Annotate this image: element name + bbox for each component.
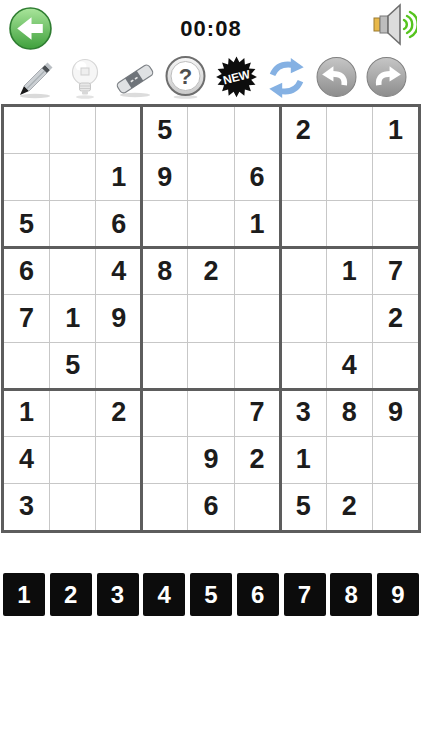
cell-r8c5[interactable]: 9 — [188, 437, 233, 483]
cell-r2c4[interactable]: 9 — [142, 154, 187, 200]
cell-r6c8[interactable]: 4 — [327, 343, 372, 389]
cell-r4c1[interactable]: 6 — [4, 248, 49, 294]
cell-r1c9[interactable]: 1 — [373, 107, 418, 153]
cell-r8c6[interactable]: 2 — [235, 437, 280, 483]
sudoku-app-screen: 00:08 — [0, 0, 422, 750]
svg-text:?: ? — [179, 64, 192, 89]
cell-r8c2[interactable] — [50, 437, 95, 483]
eraser-button[interactable] — [114, 55, 157, 101]
cell-r7c2[interactable] — [50, 390, 95, 436]
cell-r2c3[interactable]: 1 — [96, 154, 141, 200]
pencil-icon — [14, 55, 57, 101]
cell-r5c1[interactable]: 7 — [4, 295, 49, 341]
new-badge-icon: NEW — [215, 55, 258, 101]
number-pad: 123456789 — [3, 573, 419, 616]
help-icon: ? — [164, 55, 207, 101]
cell-r9c3[interactable] — [96, 484, 141, 530]
cell-r5c7[interactable] — [281, 295, 326, 341]
cell-r3c4[interactable] — [142, 201, 187, 247]
cell-r5c3[interactable]: 9 — [96, 295, 141, 341]
cell-r5c5[interactable] — [188, 295, 233, 341]
cell-r9c6[interactable] — [235, 484, 280, 530]
cell-r5c2[interactable]: 1 — [50, 295, 95, 341]
cell-r3c2[interactable] — [50, 201, 95, 247]
cell-r8c1[interactable]: 4 — [4, 437, 49, 483]
cell-r2c7[interactable] — [281, 154, 326, 200]
cell-r9c2[interactable] — [50, 484, 95, 530]
toolbar: ? NEW — [0, 52, 422, 104]
cell-r5c4[interactable] — [142, 295, 187, 341]
cell-r4c6[interactable] — [235, 248, 280, 294]
cell-r4c2[interactable] — [50, 248, 95, 294]
cell-r7c3[interactable]: 2 — [96, 390, 141, 436]
pad-button-8[interactable]: 8 — [330, 573, 372, 616]
cell-r9c8[interactable]: 2 — [327, 484, 372, 530]
cell-r2c8[interactable] — [327, 154, 372, 200]
cell-r3c3[interactable]: 6 — [96, 201, 141, 247]
cell-r4c7[interactable] — [281, 248, 326, 294]
eraser-icon — [114, 55, 157, 101]
cell-r9c4[interactable] — [142, 484, 187, 530]
cell-r8c9[interactable] — [373, 437, 418, 483]
cell-r6c7[interactable] — [281, 343, 326, 389]
cell-r1c3[interactable] — [96, 107, 141, 153]
cell-r4c4[interactable]: 8 — [142, 248, 187, 294]
pad-button-5[interactable]: 5 — [190, 573, 232, 616]
cell-r6c6[interactable] — [235, 343, 280, 389]
cell-r1c4[interactable]: 5 — [142, 107, 187, 153]
cell-r3c1[interactable]: 5 — [4, 201, 49, 247]
pad-button-3[interactable]: 3 — [97, 573, 139, 616]
cell-r4c5[interactable]: 2 — [188, 248, 233, 294]
cell-r6c1[interactable] — [4, 343, 49, 389]
cell-r8c3[interactable] — [96, 437, 141, 483]
cell-r2c9[interactable] — [373, 154, 418, 200]
undo-arrow-icon — [315, 55, 358, 101]
pad-button-6[interactable]: 6 — [237, 573, 279, 616]
cell-r7c5[interactable] — [188, 390, 233, 436]
cell-r6c3[interactable] — [96, 343, 141, 389]
help-button[interactable]: ? — [164, 55, 207, 101]
header-bar: 00:08 — [0, 0, 422, 52]
cell-r7c9[interactable]: 9 — [373, 390, 418, 436]
cell-r1c8[interactable] — [327, 107, 372, 153]
cell-r1c1[interactable] — [4, 107, 49, 153]
pad-button-1[interactable]: 1 — [3, 573, 45, 616]
cell-r1c2[interactable] — [50, 107, 95, 153]
sudoku-board: 52119656164821771925412738949213652 — [1, 104, 421, 533]
cell-r6c4[interactable] — [142, 343, 187, 389]
cell-r1c6[interactable] — [235, 107, 280, 153]
speaker-icon — [369, 36, 417, 51]
lightbulb-icon — [64, 55, 107, 101]
cell-r3c5[interactable] — [188, 201, 233, 247]
cell-r6c9[interactable] — [373, 343, 418, 389]
cell-r8c4[interactable] — [142, 437, 187, 483]
pad-button-9[interactable]: 9 — [377, 573, 419, 616]
cell-r9c9[interactable] — [373, 484, 418, 530]
pencil-button[interactable] — [14, 55, 57, 101]
hint-button[interactable] — [64, 55, 107, 101]
cell-r4c8[interactable]: 1 — [327, 248, 372, 294]
pad-button-7[interactable]: 7 — [284, 573, 326, 616]
cell-r4c9[interactable]: 7 — [373, 248, 418, 294]
cell-r9c7[interactable]: 5 — [281, 484, 326, 530]
cell-r2c6[interactable]: 6 — [235, 154, 280, 200]
sound-button[interactable] — [369, 2, 417, 48]
redo-button[interactable] — [365, 55, 408, 101]
cell-r9c5[interactable]: 6 — [188, 484, 233, 530]
cell-r4c3[interactable]: 4 — [96, 248, 141, 294]
cell-r3c8[interactable] — [327, 201, 372, 247]
undo-button[interactable] — [315, 55, 358, 101]
cell-r2c5[interactable] — [188, 154, 233, 200]
cell-r1c5[interactable] — [188, 107, 233, 153]
cell-r7c7[interactable]: 3 — [281, 390, 326, 436]
cell-r7c4[interactable] — [142, 390, 187, 436]
cell-r2c1[interactable] — [4, 154, 49, 200]
cell-r8c7[interactable]: 1 — [281, 437, 326, 483]
cell-r5c8[interactable] — [327, 295, 372, 341]
cell-r3c7[interactable] — [281, 201, 326, 247]
cell-r9c1[interactable]: 3 — [4, 484, 49, 530]
game-timer: 00:08 — [0, 16, 422, 42]
cell-r7c1[interactable]: 1 — [4, 390, 49, 436]
pad-button-2[interactable]: 2 — [50, 573, 92, 616]
cell-r7c8[interactable]: 8 — [327, 390, 372, 436]
cell-r5c6[interactable] — [235, 295, 280, 341]
cell-r1c7[interactable]: 2 — [281, 107, 326, 153]
cell-r5c9[interactable]: 2 — [373, 295, 418, 341]
pad-button-4[interactable]: 4 — [143, 573, 185, 616]
cell-r2c2[interactable] — [50, 154, 95, 200]
cell-r7c6[interactable]: 7 — [235, 390, 280, 436]
refresh-button[interactable] — [265, 55, 308, 101]
cell-r3c6[interactable]: 1 — [235, 201, 280, 247]
new-game-button[interactable]: NEW — [215, 55, 258, 101]
cell-r6c2[interactable]: 5 — [50, 343, 95, 389]
cell-r8c8[interactable] — [327, 437, 372, 483]
refresh-icon — [265, 55, 308, 101]
cell-r3c9[interactable] — [373, 201, 418, 247]
redo-arrow-icon — [365, 55, 408, 101]
cell-r6c5[interactable] — [188, 343, 233, 389]
